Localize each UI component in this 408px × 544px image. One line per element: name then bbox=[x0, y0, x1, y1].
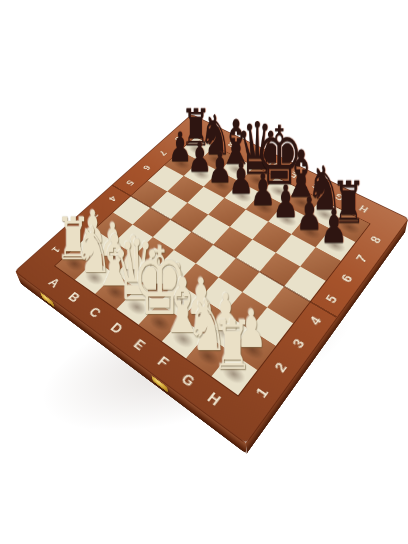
chess-board: ♜♞♝♛♚♝♞♜♟♟♟♟♟♟♟♟♟♟♟♟♟♟♟♟♜♞♝♛♚♝♞♜ ABCDEFG… bbox=[16, 115, 408, 443]
scene: ♜♞♝♛♚♝♞♜♟♟♟♟♟♟♟♟♟♟♟♟♟♟♟♟♜♞♝♛♚♝♞♜ ABCDEFG… bbox=[0, 0, 408, 544]
photo-background: ♜♞♝♛♚♝♞♜♟♟♟♟♟♟♟♟♟♟♟♟♟♟♟♟♜♞♝♛♚♝♞♜ ABCDEFG… bbox=[0, 0, 408, 544]
black-pawn[interactable]: ♟ bbox=[302, 203, 367, 250]
playing-area: ♜♞♝♛♚♝♞♜♟♟♟♟♟♟♟♟♟♟♟♟♟♟♟♟♜♞♝♛♚♝♞♜ bbox=[55, 137, 369, 395]
white-rook[interactable]: ♜ bbox=[196, 311, 270, 379]
